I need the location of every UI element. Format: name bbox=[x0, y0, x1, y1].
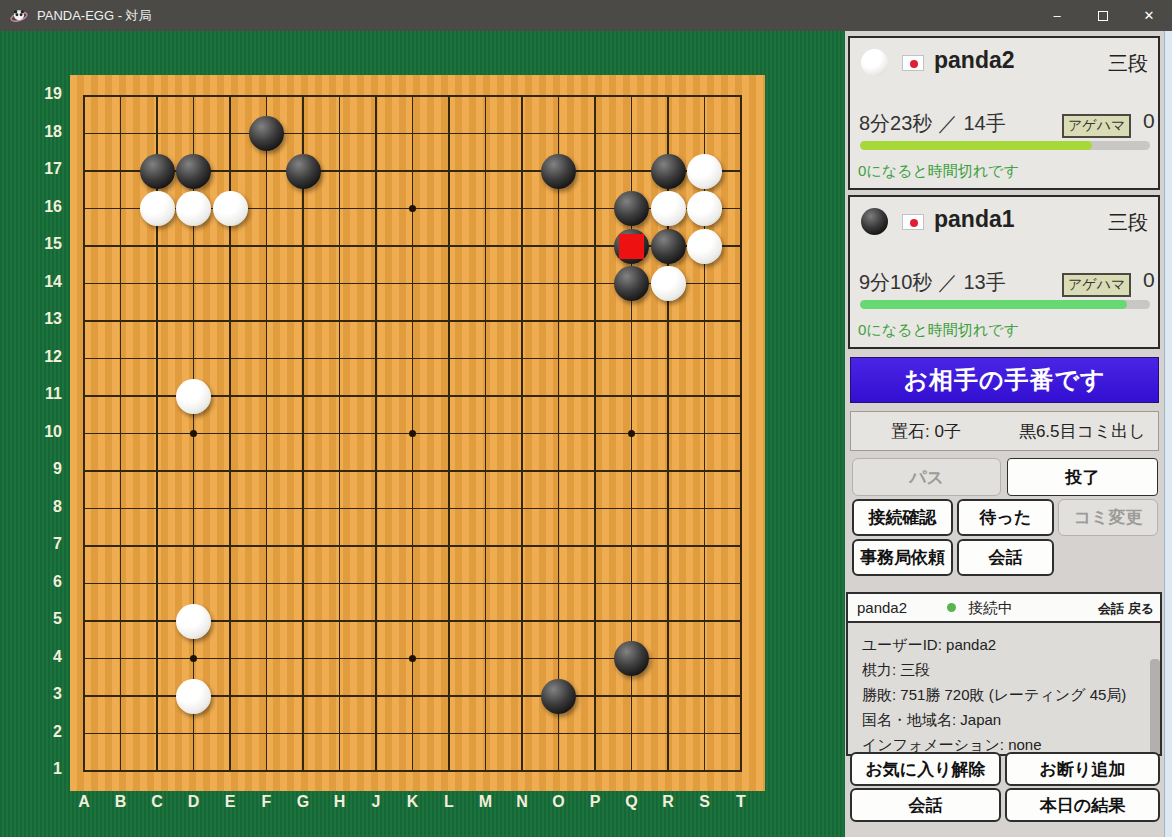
black-stone bbox=[249, 116, 284, 151]
star-point bbox=[409, 430, 416, 437]
white-stone bbox=[651, 191, 686, 226]
col-label: A bbox=[72, 793, 96, 811]
white-stone bbox=[687, 154, 722, 189]
col-label: F bbox=[255, 793, 279, 811]
maximize-button[interactable] bbox=[1080, 0, 1126, 31]
handicap-info: 置石: 0子 bbox=[891, 420, 961, 443]
close-button[interactable]: ✕ bbox=[1126, 0, 1172, 31]
star-point bbox=[190, 430, 197, 437]
col-label: O bbox=[547, 793, 571, 811]
time-progress-fill bbox=[860, 141, 1092, 150]
connection-status: 接続中 bbox=[968, 599, 1013, 618]
white-stone bbox=[687, 191, 722, 226]
time-and-moves: 9分10秒 ／ 13手 bbox=[859, 269, 1006, 296]
white-stone bbox=[687, 229, 722, 264]
pass-button[interactable]: パス bbox=[852, 458, 1001, 496]
row-label: 5 bbox=[26, 610, 62, 628]
row-label: 13 bbox=[26, 310, 62, 328]
japan-flag-icon bbox=[902, 55, 924, 71]
grid-line bbox=[83, 583, 742, 585]
row-label: 1 bbox=[26, 760, 62, 778]
star-point bbox=[190, 655, 197, 662]
row-label: 15 bbox=[26, 235, 62, 253]
last-move-marker bbox=[619, 234, 644, 259]
white-stone bbox=[651, 266, 686, 301]
star-point bbox=[409, 205, 416, 212]
col-label: H bbox=[328, 793, 352, 811]
board-area: 19181716151413121110987654321ABCDEFGHJKL… bbox=[0, 31, 845, 837]
row-label: 10 bbox=[26, 423, 62, 441]
grid-line bbox=[83, 733, 742, 735]
captures-count: 0 bbox=[1143, 109, 1155, 133]
game-info-box: 置石: 0子 黒6.5目コミ出し bbox=[850, 411, 1159, 451]
col-label: S bbox=[693, 793, 717, 811]
white-stone bbox=[176, 679, 211, 714]
white-stone bbox=[176, 604, 211, 639]
time-progress-track bbox=[860, 300, 1150, 309]
window-scrollbar[interactable] bbox=[1164, 31, 1172, 837]
komi-info: 黒6.5目コミ出し bbox=[1019, 420, 1146, 443]
white-stone-icon bbox=[861, 49, 888, 76]
time-progress-track bbox=[860, 141, 1150, 150]
captures-label: アゲハマ bbox=[1062, 273, 1131, 297]
player-card-black: panda1 三段 9分10秒 ／ 13手 アゲハマ 0 0になると時間切れです bbox=[848, 195, 1160, 349]
black-stone bbox=[541, 679, 576, 714]
minimize-button[interactable]: – bbox=[1034, 0, 1080, 31]
player-rank: 三段 bbox=[1108, 50, 1148, 77]
chat-scrollbar[interactable] bbox=[1150, 659, 1160, 754]
grid-line bbox=[83, 545, 742, 547]
grid-line bbox=[740, 95, 742, 772]
row-label: 9 bbox=[26, 460, 62, 478]
grid-line bbox=[521, 95, 523, 772]
black-stone-icon bbox=[861, 208, 888, 235]
col-label: Q bbox=[620, 793, 644, 811]
chat-panel: panda2 接続中 会話 戻る ユーザーID: panda2 棋力: 三段 勝… bbox=[846, 592, 1162, 756]
time-progress-fill bbox=[860, 300, 1127, 309]
col-label: K bbox=[401, 793, 425, 811]
grid-line bbox=[83, 470, 742, 472]
captures-label: アゲハマ bbox=[1062, 114, 1131, 138]
col-label: T bbox=[729, 793, 753, 811]
back-link[interactable]: 戻る bbox=[1128, 601, 1154, 616]
player-name: panda2 bbox=[934, 47, 1015, 74]
japan-flag-icon bbox=[902, 214, 924, 230]
col-label: E bbox=[218, 793, 242, 811]
black-stone bbox=[651, 154, 686, 189]
grid-line bbox=[558, 95, 560, 772]
grid-line bbox=[594, 95, 596, 772]
online-status-icon bbox=[947, 603, 956, 612]
black-stone bbox=[176, 154, 211, 189]
sidebar: panda2 三段 8分23秒 ／ 14手 アゲハマ 0 0になると時間切れです… bbox=[845, 31, 1164, 837]
row-label: 8 bbox=[26, 498, 62, 516]
grid-line bbox=[83, 770, 742, 772]
row-label: 3 bbox=[26, 685, 62, 703]
black-stone bbox=[651, 229, 686, 264]
user-id-line: ユーザーID: panda2 bbox=[862, 632, 1146, 657]
chat-user: panda2 bbox=[857, 599, 907, 616]
white-stone bbox=[176, 191, 211, 226]
chat-panel-header: panda2 接続中 会話 戻る bbox=[848, 594, 1160, 623]
col-label: P bbox=[583, 793, 607, 811]
information-line: インフォメーション: none bbox=[862, 732, 1146, 754]
resign-button[interactable]: 投了 bbox=[1007, 458, 1158, 496]
turn-banner: お相手の手番です bbox=[850, 357, 1159, 403]
maximize-icon bbox=[1098, 11, 1108, 21]
komi-change-button[interactable]: コミ変更 bbox=[1058, 499, 1158, 536]
timeout-note: 0になると時間切れです bbox=[858, 162, 1019, 181]
row-label: 2 bbox=[26, 723, 62, 741]
grid-line bbox=[448, 95, 450, 772]
row-label: 17 bbox=[26, 160, 62, 178]
undo-button[interactable]: 待った bbox=[957, 499, 1054, 536]
user-info-body: ユーザーID: panda2 棋力: 三段 勝敗: 751勝 720敗 (レーテ… bbox=[848, 623, 1160, 754]
office-request-button[interactable]: 事務局依頼 bbox=[852, 539, 953, 576]
block-add-button[interactable]: お断り追加 bbox=[1005, 752, 1160, 786]
player-name: panda1 bbox=[934, 206, 1015, 233]
row-label: 12 bbox=[26, 348, 62, 366]
col-label: M bbox=[474, 793, 498, 811]
row-label: 14 bbox=[26, 273, 62, 291]
black-stone bbox=[286, 154, 321, 189]
star-point bbox=[409, 655, 416, 662]
col-label: C bbox=[145, 793, 169, 811]
chat-button-bottom[interactable]: 会話 bbox=[850, 788, 1001, 822]
row-label: 7 bbox=[26, 535, 62, 553]
black-stone bbox=[614, 266, 649, 301]
black-stone bbox=[614, 191, 649, 226]
unfavorite-button[interactable]: お気に入り解除 bbox=[850, 752, 1001, 786]
row-label: 6 bbox=[26, 573, 62, 591]
connection-check-button[interactable]: 接続確認 bbox=[852, 499, 953, 536]
titlebar: PANDA-EGG - 対局 – ✕ bbox=[0, 0, 1172, 31]
col-label: B bbox=[109, 793, 133, 811]
timeout-note: 0になると時間切れです bbox=[858, 321, 1019, 340]
white-stone bbox=[213, 191, 248, 226]
grid-line bbox=[83, 508, 742, 510]
white-stone bbox=[176, 379, 211, 414]
country-line: 国名・地域名: Japan bbox=[862, 707, 1146, 732]
app-icon bbox=[9, 6, 29, 26]
chat-link[interactable]: 会話 bbox=[1098, 601, 1124, 616]
time-and-moves: 8分23秒 ／ 14手 bbox=[859, 110, 1006, 137]
star-point bbox=[628, 430, 635, 437]
grid-line bbox=[485, 95, 487, 772]
row-label: 11 bbox=[26, 385, 62, 403]
col-label: G bbox=[291, 793, 315, 811]
black-stone bbox=[140, 154, 175, 189]
col-label: L bbox=[437, 793, 461, 811]
col-label: J bbox=[364, 793, 388, 811]
row-label: 18 bbox=[26, 123, 62, 141]
chat-button[interactable]: 会話 bbox=[957, 539, 1054, 576]
row-label: 4 bbox=[26, 648, 62, 666]
window-title: PANDA-EGG - 対局 bbox=[37, 7, 152, 25]
strength-line: 棋力: 三段 bbox=[862, 657, 1146, 682]
white-stone bbox=[140, 191, 175, 226]
player-card-white: panda2 三段 8分23秒 ／ 14手 アゲハマ 0 0になると時間切れです bbox=[848, 36, 1160, 190]
today-results-button[interactable]: 本日の結果 bbox=[1005, 788, 1160, 822]
black-stone bbox=[541, 154, 576, 189]
record-line: 勝敗: 751勝 720敗 (レーティング 45局) bbox=[862, 682, 1146, 707]
black-stone bbox=[614, 641, 649, 676]
row-label: 16 bbox=[26, 198, 62, 216]
col-label: D bbox=[182, 793, 206, 811]
captures-count: 0 bbox=[1143, 268, 1155, 292]
col-label: N bbox=[510, 793, 534, 811]
goban[interactable] bbox=[70, 75, 765, 791]
player-rank: 三段 bbox=[1108, 209, 1148, 236]
row-label: 19 bbox=[26, 85, 62, 103]
col-label: R bbox=[656, 793, 680, 811]
